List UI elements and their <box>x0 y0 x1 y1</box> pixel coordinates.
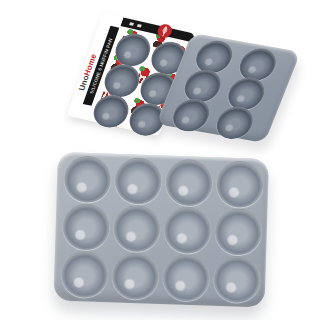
muffin-cup <box>234 45 281 83</box>
muffin-cup <box>60 250 108 298</box>
muffin-cup <box>215 160 263 208</box>
muffin-cup <box>112 204 160 252</box>
muffin-cup <box>223 74 270 112</box>
muffin-cup <box>179 67 226 105</box>
muffin-cup <box>63 155 111 203</box>
muffin-cup <box>212 255 260 303</box>
muffin-cup <box>191 37 238 75</box>
bar-mark-icon <box>137 24 142 28</box>
twelve-cup-pan <box>54 152 269 307</box>
muffin-cup <box>114 156 162 204</box>
muffin-cup <box>62 202 110 250</box>
muffin-cup <box>214 207 262 255</box>
product-photo: UnoHome SILICONE 6 MUFFIN PAN <box>0 0 320 320</box>
muffin-cup <box>111 251 159 299</box>
muffin-cup <box>163 206 211 254</box>
muffin-cup <box>162 253 210 301</box>
bar-mark-icon <box>129 22 134 26</box>
whisk-icon <box>159 25 170 37</box>
muffin-cup <box>164 158 212 206</box>
muffin-cup <box>168 96 215 134</box>
muffin-cup <box>211 103 258 141</box>
